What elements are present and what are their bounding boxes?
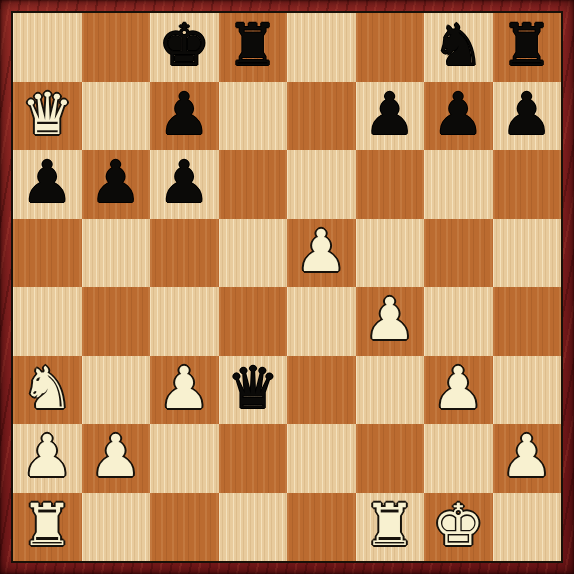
square-b8[interactable] (82, 13, 151, 82)
square-b6[interactable]: ♟ (82, 150, 151, 219)
black-pawn[interactable]: ♟ (432, 85, 484, 143)
square-d3[interactable]: ♛ (219, 356, 288, 425)
white-pawn[interactable]: ♟ (90, 427, 142, 485)
black-pawn[interactable]: ♟ (158, 85, 210, 143)
square-d7[interactable] (219, 82, 288, 151)
square-b3[interactable] (82, 356, 151, 425)
square-g4[interactable] (424, 287, 493, 356)
white-pawn[interactable]: ♟ (364, 290, 416, 348)
square-h2[interactable]: ♟ (493, 424, 562, 493)
square-h7[interactable]: ♟ (493, 82, 562, 151)
square-f1[interactable]: ♜ (356, 493, 425, 562)
square-f7[interactable]: ♟ (356, 82, 425, 151)
square-e6[interactable] (287, 150, 356, 219)
square-c2[interactable] (150, 424, 219, 493)
square-g2[interactable] (424, 424, 493, 493)
square-h5[interactable] (493, 219, 562, 288)
square-e3[interactable] (287, 356, 356, 425)
square-g1[interactable]: ♚ (424, 493, 493, 562)
square-e2[interactable] (287, 424, 356, 493)
square-e7[interactable] (287, 82, 356, 151)
chess-board: ♚♜♞♜♛♟♟♟♟♟♟♟♟♟♞♟♛♟♟♟♟♜♜♚ (11, 11, 563, 563)
square-a8[interactable] (13, 13, 82, 82)
square-c8[interactable]: ♚ (150, 13, 219, 82)
square-a1[interactable]: ♜ (13, 493, 82, 562)
square-b4[interactable] (82, 287, 151, 356)
square-e8[interactable] (287, 13, 356, 82)
white-knight[interactable]: ♞ (21, 359, 73, 417)
square-d4[interactable] (219, 287, 288, 356)
square-f8[interactable] (356, 13, 425, 82)
square-f3[interactable] (356, 356, 425, 425)
square-e4[interactable] (287, 287, 356, 356)
square-h4[interactable] (493, 287, 562, 356)
square-f5[interactable] (356, 219, 425, 288)
square-h8[interactable]: ♜ (493, 13, 562, 82)
square-a2[interactable]: ♟ (13, 424, 82, 493)
black-knight[interactable]: ♞ (432, 16, 484, 74)
square-h6[interactable] (493, 150, 562, 219)
square-d5[interactable] (219, 219, 288, 288)
square-f4[interactable]: ♟ (356, 287, 425, 356)
square-d6[interactable] (219, 150, 288, 219)
black-pawn[interactable]: ♟ (501, 85, 553, 143)
square-a7[interactable]: ♛ (13, 82, 82, 151)
black-rook[interactable]: ♜ (501, 16, 553, 74)
white-pawn[interactable]: ♟ (295, 222, 347, 280)
white-king[interactable]: ♚ (432, 496, 484, 554)
white-queen[interactable]: ♛ (21, 85, 73, 143)
square-c3[interactable]: ♟ (150, 356, 219, 425)
white-pawn[interactable]: ♟ (158, 359, 210, 417)
board-frame: ♚♜♞♜♛♟♟♟♟♟♟♟♟♟♞♟♛♟♟♟♟♜♜♚ (0, 0, 574, 574)
square-h1[interactable] (493, 493, 562, 562)
square-g7[interactable]: ♟ (424, 82, 493, 151)
white-pawn[interactable]: ♟ (501, 427, 553, 485)
black-king[interactable]: ♚ (158, 16, 210, 74)
square-a5[interactable] (13, 219, 82, 288)
square-f2[interactable] (356, 424, 425, 493)
black-pawn[interactable]: ♟ (364, 85, 416, 143)
square-b7[interactable] (82, 82, 151, 151)
black-queen[interactable]: ♛ (227, 359, 279, 417)
square-g8[interactable]: ♞ (424, 13, 493, 82)
black-pawn[interactable]: ♟ (90, 153, 142, 211)
square-c6[interactable]: ♟ (150, 150, 219, 219)
square-h3[interactable] (493, 356, 562, 425)
square-g6[interactable] (424, 150, 493, 219)
square-f6[interactable] (356, 150, 425, 219)
black-rook[interactable]: ♜ (227, 16, 279, 74)
white-pawn[interactable]: ♟ (21, 427, 73, 485)
square-e1[interactable] (287, 493, 356, 562)
white-rook[interactable]: ♜ (364, 496, 416, 554)
white-rook[interactable]: ♜ (21, 496, 73, 554)
square-d2[interactable] (219, 424, 288, 493)
square-a6[interactable]: ♟ (13, 150, 82, 219)
square-g5[interactable] (424, 219, 493, 288)
square-b2[interactable]: ♟ (82, 424, 151, 493)
white-pawn[interactable]: ♟ (432, 359, 484, 417)
square-d8[interactable]: ♜ (219, 13, 288, 82)
square-a4[interactable] (13, 287, 82, 356)
black-pawn[interactable]: ♟ (158, 153, 210, 211)
square-c7[interactable]: ♟ (150, 82, 219, 151)
square-a3[interactable]: ♞ (13, 356, 82, 425)
black-pawn[interactable]: ♟ (21, 153, 73, 211)
square-e5[interactable]: ♟ (287, 219, 356, 288)
square-c1[interactable] (150, 493, 219, 562)
square-b5[interactable] (82, 219, 151, 288)
square-c4[interactable] (150, 287, 219, 356)
square-c5[interactable] (150, 219, 219, 288)
square-d1[interactable] (219, 493, 288, 562)
square-b1[interactable] (82, 493, 151, 562)
square-g3[interactable]: ♟ (424, 356, 493, 425)
